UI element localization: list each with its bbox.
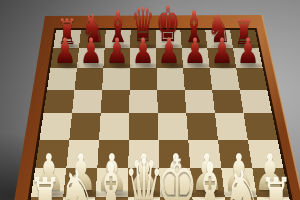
square-c7[interactable] — [103, 48, 130, 68]
square-a8[interactable] — [53, 30, 81, 48]
square-g4[interactable] — [215, 113, 248, 140]
square-b5[interactable] — [72, 90, 102, 113]
square-b6[interactable] — [75, 68, 104, 90]
square-e1[interactable] — [160, 197, 195, 200]
square-e4[interactable] — [158, 113, 189, 140]
square-e7[interactable] — [156, 48, 183, 68]
square-b2[interactable] — [63, 168, 97, 197]
square-f3[interactable] — [188, 140, 221, 168]
square-a3[interactable] — [35, 140, 69, 168]
square-a5[interactable] — [44, 90, 75, 113]
square-b8[interactable] — [79, 30, 106, 48]
square-d3[interactable] — [128, 140, 159, 168]
square-e6[interactable] — [157, 68, 185, 90]
square-h2[interactable] — [252, 168, 289, 197]
square-e8[interactable] — [156, 30, 182, 48]
square-b3[interactable] — [66, 140, 99, 168]
square-a4[interactable] — [40, 113, 73, 140]
square-d6[interactable] — [130, 68, 158, 90]
square-c5[interactable] — [101, 90, 130, 113]
square-a6[interactable] — [47, 68, 77, 90]
square-e3[interactable] — [159, 140, 191, 168]
square-d4[interactable] — [129, 113, 159, 140]
square-f7[interactable] — [182, 48, 210, 68]
square-f5[interactable] — [185, 90, 215, 113]
chess-board[interactable] — [0, 0, 300, 200]
square-a7[interactable] — [50, 48, 79, 68]
square-h5[interactable] — [240, 90, 272, 113]
square-d1[interactable] — [127, 197, 161, 200]
square-g8[interactable] — [205, 30, 233, 48]
square-b1[interactable] — [60, 197, 96, 200]
square-f6[interactable] — [183, 68, 212, 90]
square-d8[interactable] — [130, 30, 156, 48]
square-e5[interactable] — [157, 90, 186, 113]
square-c3[interactable] — [97, 140, 129, 168]
square-a2[interactable] — [31, 168, 66, 197]
square-h3[interactable] — [248, 140, 283, 168]
square-c8[interactable] — [105, 30, 131, 48]
square-g5[interactable] — [212, 90, 243, 113]
square-b4[interactable] — [69, 113, 100, 140]
square-g7[interactable] — [207, 48, 236, 68]
square-g3[interactable] — [218, 140, 252, 168]
square-g2[interactable] — [221, 168, 257, 197]
square-c1[interactable] — [94, 197, 128, 200]
square-c6[interactable] — [102, 68, 130, 90]
square-f4[interactable] — [186, 113, 218, 140]
square-d7[interactable] — [130, 48, 157, 68]
square-g1[interactable] — [225, 197, 262, 200]
chess-scene: ♜♞♝♛♚♝♞♜♟♟♟♟♟♟♟♟♟♟♟♟♟♟♟♟♜♞♝♛♚♝♞♜ — [0, 0, 300, 200]
square-d5[interactable] — [129, 90, 158, 113]
square-f8[interactable] — [180, 30, 207, 48]
square-h6[interactable] — [236, 68, 267, 90]
square-h4[interactable] — [244, 113, 278, 140]
square-b7[interactable] — [77, 48, 105, 68]
square-h7[interactable] — [233, 48, 263, 68]
square-g6[interactable] — [210, 68, 240, 90]
square-f1[interactable] — [192, 197, 228, 200]
square-h8[interactable] — [230, 30, 259, 48]
square-c2[interactable] — [96, 168, 129, 197]
square-c4[interactable] — [99, 113, 129, 140]
square-e2[interactable] — [159, 168, 192, 197]
square-d2[interactable] — [128, 168, 160, 197]
square-a1[interactable] — [26, 197, 63, 200]
square-f2[interactable] — [190, 168, 224, 197]
